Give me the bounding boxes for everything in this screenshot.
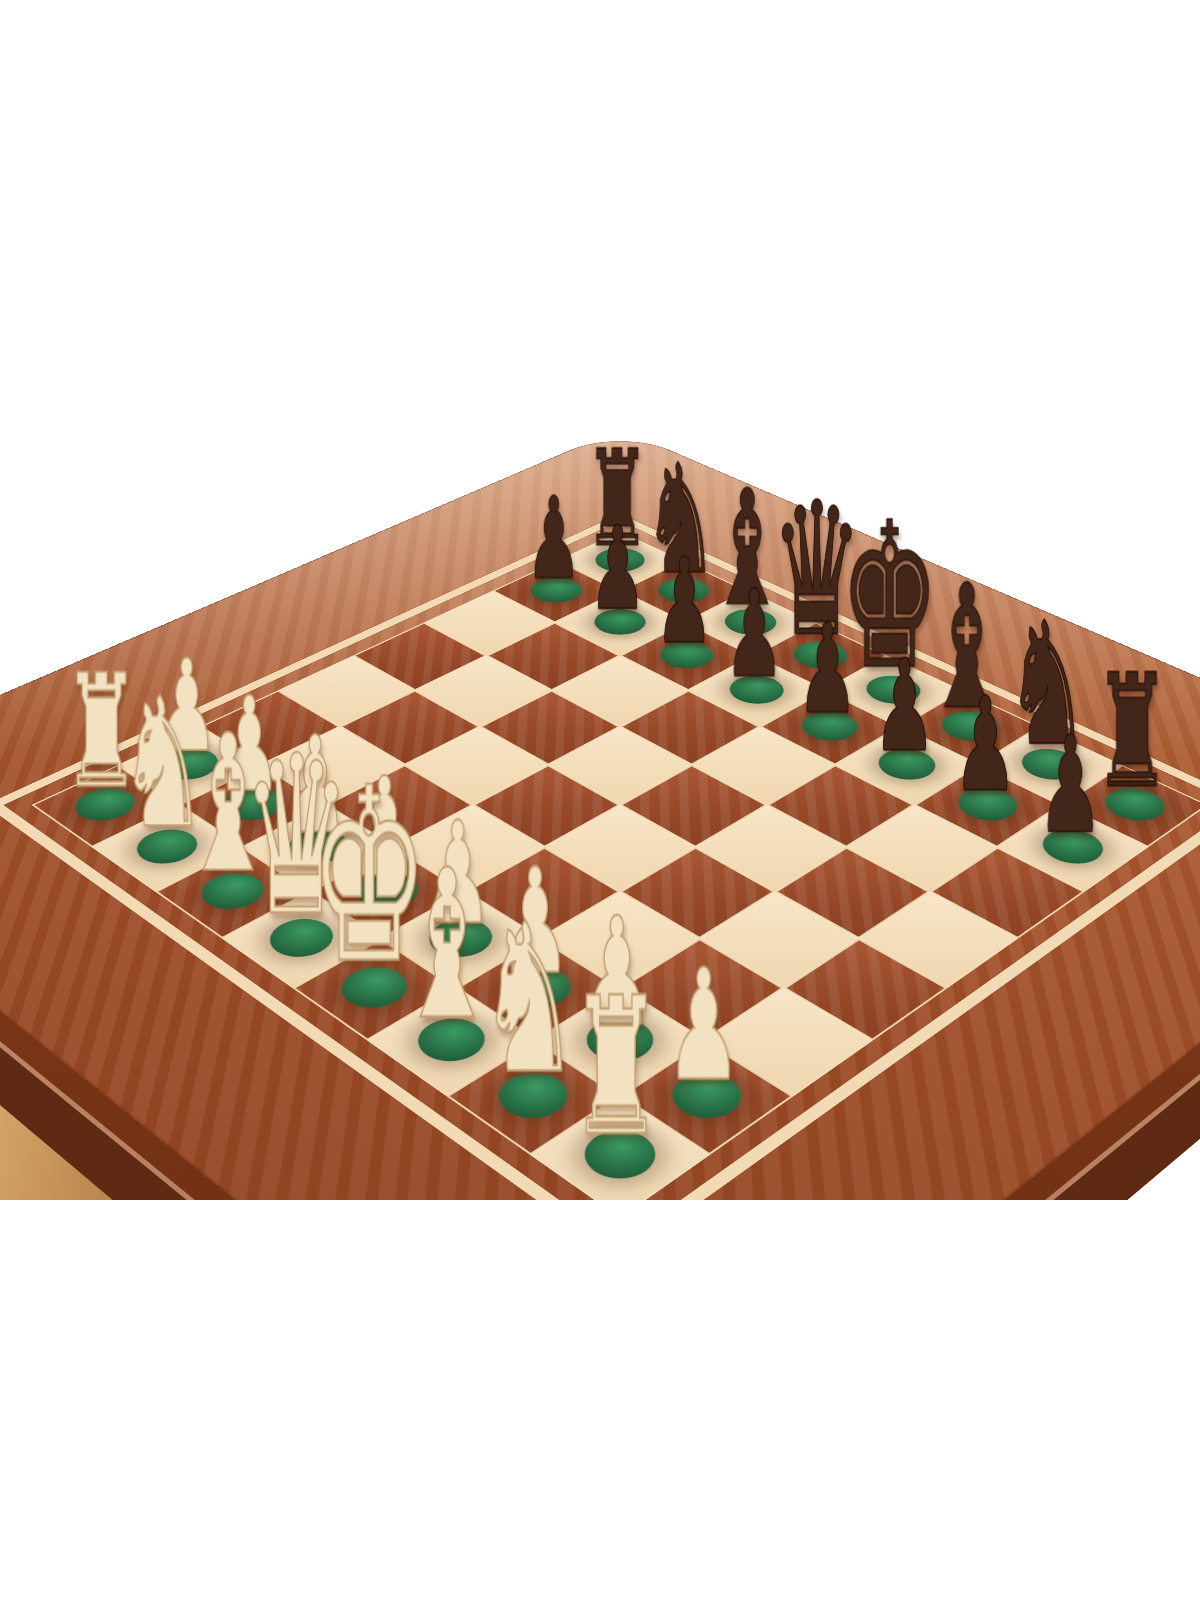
black-pawn-glyph: ♟ xyxy=(953,683,1018,807)
white-rook-glyph: ♜ xyxy=(569,977,663,1157)
board-field: ♜♞♝♛♚♝♞♜♟♟♟♟♟♟♟♟♟♟♟♟♟♟♟♟♜♞♝♛♚♝♞♜ xyxy=(0,514,1200,1260)
black-pawn-glyph: ♟ xyxy=(1037,722,1103,849)
black-pawn-glyph: ♟ xyxy=(589,514,646,624)
photo-crop-band xyxy=(0,1200,1200,1600)
product-photo: ♜♞♝♛♚♝♞♜♟♟♟♟♟♟♟♟♟♟♟♟♟♟♟♟♜♞♝♛♚♝♞♜ xyxy=(0,0,1200,1600)
black-pawn-glyph: ♟ xyxy=(724,577,784,692)
black-pawn-glyph: ♟ xyxy=(655,545,714,657)
white-pawn-glyph: ♟ xyxy=(666,952,742,1098)
white-knight-glyph: ♞ xyxy=(478,903,580,1099)
black-pawn-glyph: ♟ xyxy=(873,646,936,767)
black-rook-glyph: ♜ xyxy=(1093,658,1171,806)
black-pawn-glyph: ♟ xyxy=(526,485,582,592)
black-pawn-glyph: ♟ xyxy=(797,610,858,728)
